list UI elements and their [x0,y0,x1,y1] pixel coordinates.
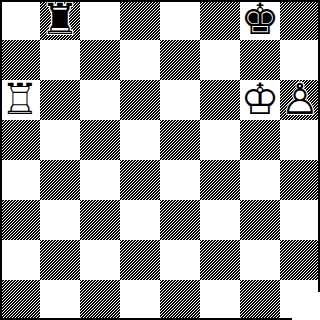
white-pawn-fill-glyph: ♟ [280,79,320,119]
square-g5[interactable] [240,120,280,160]
square-f7[interactable] [200,40,240,80]
square-g1[interactable] [240,280,280,320]
square-d2[interactable] [120,240,160,280]
square-h7[interactable] [280,40,320,80]
square-a8[interactable] [0,0,40,40]
square-c7[interactable] [80,40,120,80]
square-c3[interactable] [80,200,120,240]
piece-white-pawn-h6: ♟♙ [280,80,320,120]
square-c8[interactable] [80,0,120,40]
square-f4[interactable] [200,160,240,200]
square-c4[interactable] [80,160,120,200]
square-h8[interactable] [280,0,320,40]
square-b3[interactable] [40,200,80,240]
square-f8[interactable] [200,0,240,40]
square-b5[interactable] [40,120,80,160]
board-border-top [0,0,320,2]
square-h2[interactable] [280,240,320,280]
square-b6[interactable] [40,80,80,120]
square-e5[interactable] [160,120,200,160]
square-h5[interactable] [280,120,320,160]
square-g6[interactable]: ♚♔ [240,80,280,120]
square-g3[interactable] [240,200,280,240]
square-c1[interactable] [80,280,120,320]
square-h3[interactable] [280,200,320,240]
piece-black-king-g8: ♚ [240,0,280,40]
square-e7[interactable] [160,40,200,80]
square-e1[interactable] [160,280,200,320]
square-b2[interactable] [40,240,80,280]
square-e3[interactable] [160,200,200,240]
square-d1[interactable] [120,280,160,320]
white-rook-fill-glyph: ♜ [0,79,40,119]
square-d3[interactable] [120,200,160,240]
square-h4[interactable] [280,160,320,200]
square-e8[interactable] [160,0,200,40]
square-f2[interactable] [200,240,240,280]
piece-white-rook-a6: ♜♖ [0,80,40,120]
square-f3[interactable] [200,200,240,240]
square-c5[interactable] [80,120,120,160]
square-b4[interactable] [40,160,80,200]
square-a5[interactable] [0,120,40,160]
white-king-fill-glyph: ♚ [240,79,280,119]
square-h6[interactable]: ♟♙ [280,80,320,120]
square-b7[interactable] [40,40,80,80]
square-a6[interactable]: ♜♖ [0,80,40,120]
square-e4[interactable] [160,160,200,200]
black-king-icon: ♚ [240,0,280,39]
chess-board: ♜♚♜♖♚♔♟♙ [0,0,320,320]
square-d7[interactable] [120,40,160,80]
square-g2[interactable] [240,240,280,280]
piece-white-king-g6: ♚♔ [240,80,280,120]
square-d5[interactable] [120,120,160,160]
square-d6[interactable] [120,80,160,120]
square-e2[interactable] [160,240,200,280]
white-pawn-icon: ♙ [280,79,320,119]
square-h1[interactable] [280,280,320,320]
square-g4[interactable] [240,160,280,200]
square-b8[interactable]: ♜ [40,0,80,40]
white-king-icon: ♔ [240,79,280,119]
black-rook-icon: ♜ [40,0,80,39]
square-f1[interactable] [200,280,240,320]
white-rook-icon: ♖ [0,79,40,119]
chess-diagram: ♜♚♜♖♚♔♟♙ [0,0,320,320]
square-c6[interactable] [80,80,120,120]
square-a1[interactable] [0,280,40,320]
square-a2[interactable] [0,240,40,280]
square-g7[interactable] [240,40,280,80]
square-d8[interactable] [120,0,160,40]
board-border-left [0,0,2,320]
square-b1[interactable] [40,280,80,320]
square-a7[interactable] [0,40,40,80]
square-a3[interactable] [0,200,40,240]
square-c2[interactable] [80,240,120,280]
square-d4[interactable] [120,160,160,200]
square-f5[interactable] [200,120,240,160]
square-e6[interactable] [160,80,200,120]
square-a4[interactable] [0,160,40,200]
square-f6[interactable] [200,80,240,120]
square-g8[interactable]: ♚ [240,0,280,40]
piece-black-rook-b8: ♜ [40,0,80,40]
